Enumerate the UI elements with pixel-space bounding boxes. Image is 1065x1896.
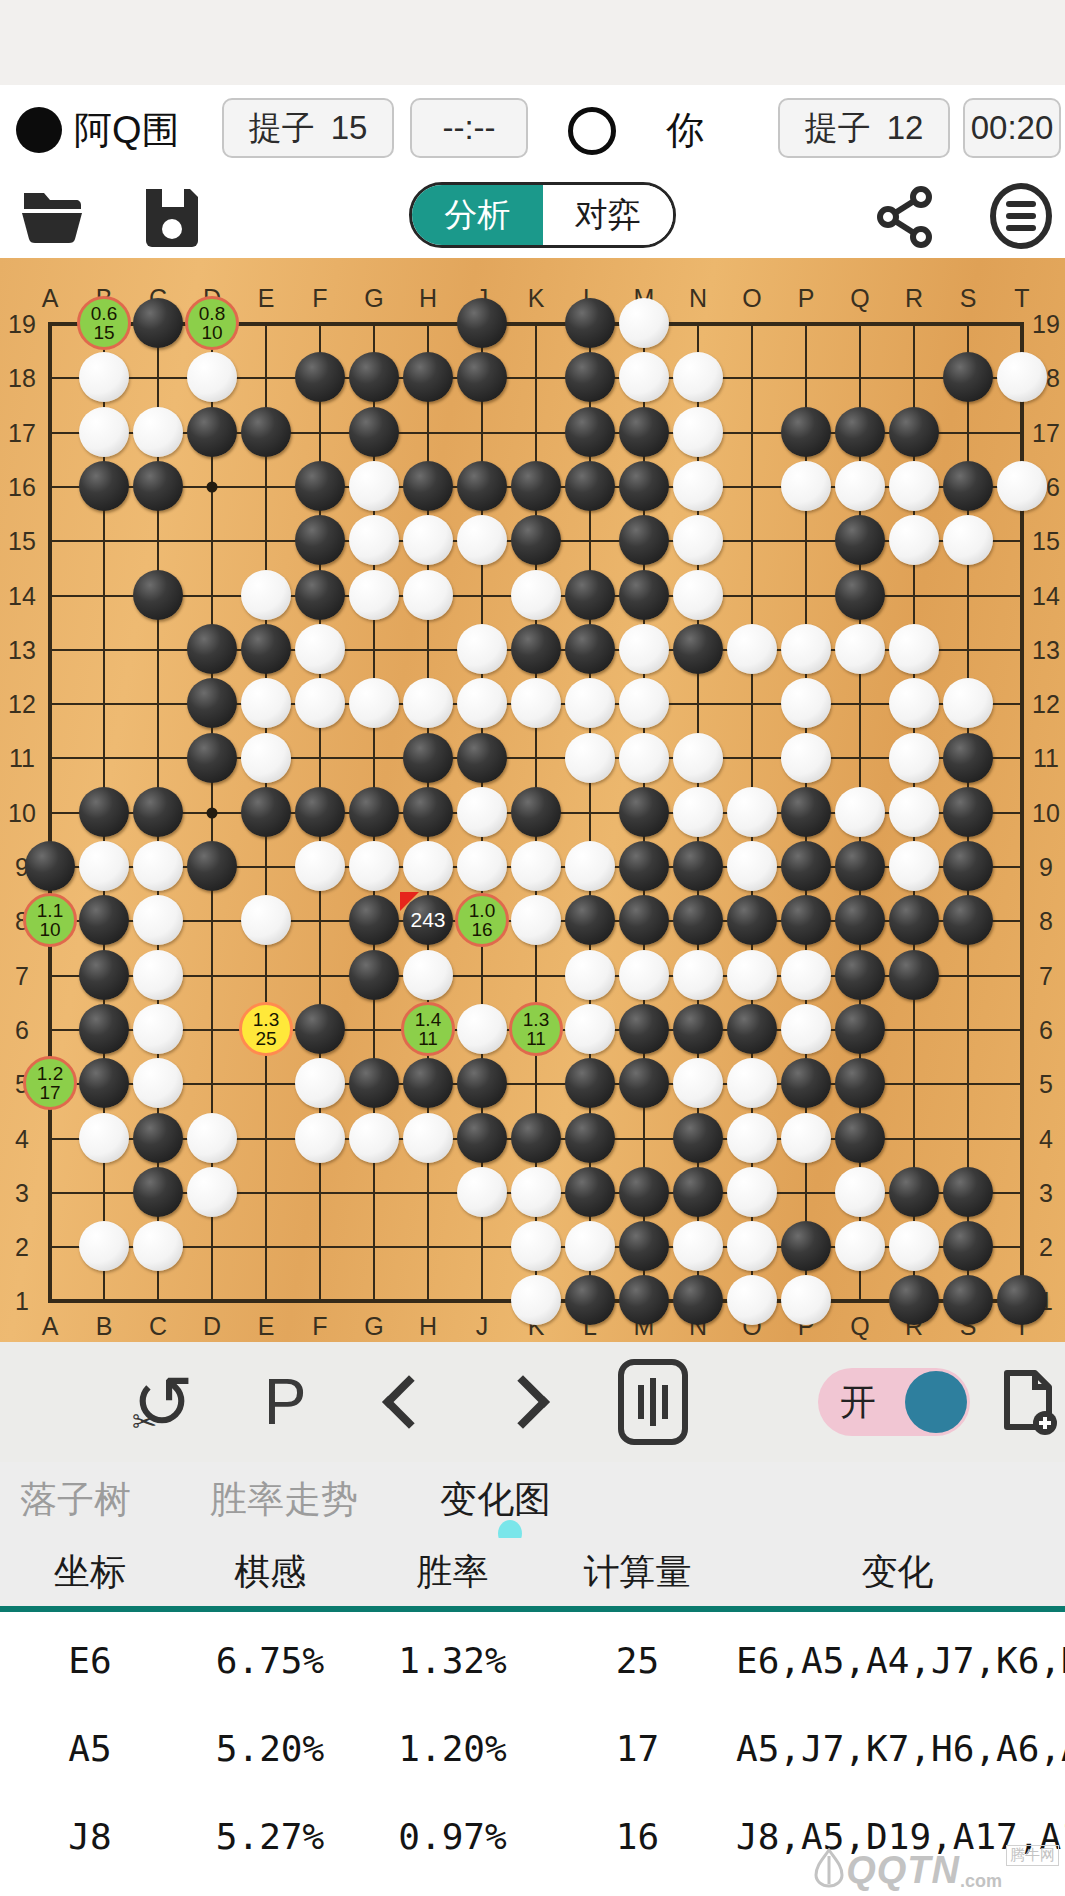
intersection-S2[interactable] <box>941 1219 995 1273</box>
intersection-A9[interactable] <box>23 839 77 893</box>
intersection-E9[interactable] <box>239 839 293 893</box>
share-icon[interactable] <box>875 185 937 249</box>
intersection-C11[interactable] <box>131 730 185 784</box>
intersection-N6[interactable] <box>671 1002 725 1056</box>
intersection-D2[interactable] <box>185 1219 239 1273</box>
intersection-M7[interactable] <box>617 948 671 1002</box>
intersection-C13[interactable] <box>131 622 185 676</box>
tab-胜率走势[interactable]: 胜率走势 <box>210 1462 358 1538</box>
intersection-R11[interactable] <box>887 730 941 784</box>
intersection-S17[interactable] <box>941 405 995 459</box>
intersection-J16[interactable] <box>455 459 509 513</box>
intersection-D9[interactable] <box>185 839 239 893</box>
analysis-toggle[interactable]: 开 <box>818 1342 970 1462</box>
intersection-T17[interactable] <box>995 405 1049 459</box>
intersection-D1[interactable] <box>185 1273 239 1327</box>
intersection-P17[interactable] <box>779 405 833 459</box>
analysis-badge-K6[interactable]: 1.311 <box>509 1002 563 1056</box>
intersection-M15[interactable] <box>617 513 671 567</box>
analysis-badge-A5[interactable]: 1.217 <box>23 1056 77 1110</box>
intersection-C17[interactable] <box>131 405 185 459</box>
intersection-T13[interactable] <box>995 622 1049 676</box>
intersection-O19[interactable] <box>725 296 779 350</box>
intersection-O10[interactable] <box>725 785 779 839</box>
intersection-L12[interactable] <box>563 676 617 730</box>
intersection-H11[interactable] <box>401 730 455 784</box>
menu-icon[interactable] <box>988 183 1054 249</box>
intersection-C16[interactable] <box>131 459 185 513</box>
intersection-B13[interactable] <box>77 622 131 676</box>
intersection-D3[interactable] <box>185 1165 239 1219</box>
intersection-N11[interactable] <box>671 730 725 784</box>
intersection-B2[interactable] <box>77 1219 131 1273</box>
intersection-J14[interactable] <box>455 567 509 621</box>
intersection-B17[interactable] <box>77 405 131 459</box>
intersection-E3[interactable] <box>239 1165 293 1219</box>
intersection-K17[interactable] <box>509 405 563 459</box>
intersection-Q8[interactable] <box>833 893 887 947</box>
intersection-O3[interactable] <box>725 1165 779 1219</box>
analysis-badge-B19[interactable]: 0.615 <box>77 296 131 350</box>
intersection-D14[interactable] <box>185 567 239 621</box>
intersection-E13[interactable] <box>239 622 293 676</box>
intersection-F17[interactable] <box>293 405 347 459</box>
intersection-T15[interactable] <box>995 513 1049 567</box>
intersection-R6[interactable] <box>887 1002 941 1056</box>
intersection-K1[interactable] <box>509 1273 563 1327</box>
analysis-badge-A8[interactable]: 1.110 <box>23 893 77 947</box>
intersection-Q3[interactable] <box>833 1165 887 1219</box>
intersection-H18[interactable] <box>401 350 455 404</box>
intersection-R18[interactable] <box>887 350 941 404</box>
intersection-B16[interactable] <box>77 459 131 513</box>
intersection-Q1[interactable] <box>833 1273 887 1327</box>
intersection-L2[interactable] <box>563 1219 617 1273</box>
intersection-P11[interactable] <box>779 730 833 784</box>
intersection-Q10[interactable] <box>833 785 887 839</box>
intersection-L9[interactable] <box>563 839 617 893</box>
mode-toggle[interactable]: 分析 对弈 <box>409 182 676 248</box>
intersection-O5[interactable] <box>725 1056 779 1110</box>
intersection-F2[interactable] <box>293 1219 347 1273</box>
intersection-E7[interactable] <box>239 948 293 1002</box>
intersection-Q5[interactable] <box>833 1056 887 1110</box>
intersection-H5[interactable] <box>401 1056 455 1110</box>
intersection-N3[interactable] <box>671 1165 725 1219</box>
intersection-L3[interactable] <box>563 1165 617 1219</box>
intersection-B1[interactable] <box>77 1273 131 1327</box>
intersection-Q6[interactable] <box>833 1002 887 1056</box>
intersection-P15[interactable] <box>779 513 833 567</box>
intersection-K5[interactable] <box>509 1056 563 1110</box>
intersection-G3[interactable] <box>347 1165 401 1219</box>
intersection-O17[interactable] <box>725 405 779 459</box>
intersection-K7[interactable] <box>509 948 563 1002</box>
intersection-J7[interactable] <box>455 948 509 1002</box>
intersection-G17[interactable] <box>347 405 401 459</box>
intersection-E14[interactable] <box>239 567 293 621</box>
intersection-M16[interactable] <box>617 459 671 513</box>
intersection-S19[interactable] <box>941 296 995 350</box>
intersection-C18[interactable] <box>131 350 185 404</box>
go-board[interactable]: AABBCCDDEEFFGGHHJJKKLLMMNNOOPPQQRRSSTT19… <box>0 258 1065 1342</box>
intersection-C7[interactable] <box>131 948 185 1002</box>
intersection-G6[interactable] <box>347 1002 401 1056</box>
intersection-A16[interactable] <box>23 459 77 513</box>
intersection-G2[interactable] <box>347 1219 401 1273</box>
intersection-A6[interactable] <box>23 1002 77 1056</box>
intersection-Q12[interactable] <box>833 676 887 730</box>
intersection-F7[interactable] <box>293 948 347 1002</box>
intersection-J12[interactable] <box>455 676 509 730</box>
intersection-D18[interactable] <box>185 350 239 404</box>
intersection-F13[interactable] <box>293 622 347 676</box>
intersection-Q2[interactable] <box>833 1219 887 1273</box>
intersection-N9[interactable] <box>671 839 725 893</box>
intersection-H6[interactable]: 1.411 <box>401 1002 455 1056</box>
intersection-N12[interactable] <box>671 676 725 730</box>
intersection-K19[interactable] <box>509 296 563 350</box>
intersection-P3[interactable] <box>779 1165 833 1219</box>
intersection-L14[interactable] <box>563 567 617 621</box>
intersection-J19[interactable] <box>455 296 509 350</box>
intersection-N13[interactable] <box>671 622 725 676</box>
intersection-Q14[interactable] <box>833 567 887 621</box>
intersection-C3[interactable] <box>131 1165 185 1219</box>
tab-落子树[interactable]: 落子树 <box>20 1462 131 1538</box>
intersection-F4[interactable] <box>293 1110 347 1164</box>
intersection-P19[interactable] <box>779 296 833 350</box>
intersection-A14[interactable] <box>23 567 77 621</box>
intersection-E17[interactable] <box>239 405 293 459</box>
intersection-S1[interactable] <box>941 1273 995 1327</box>
intersection-B8[interactable] <box>77 893 131 947</box>
intersection-R1[interactable] <box>887 1273 941 1327</box>
white-captures-button[interactable]: 提子 12 <box>778 98 950 158</box>
intersection-E8[interactable] <box>239 893 293 947</box>
intersection-E4[interactable] <box>239 1110 293 1164</box>
intersection-O12[interactable] <box>725 676 779 730</box>
intersection-A18[interactable] <box>23 350 77 404</box>
intersection-A5[interactable]: 1.217 <box>23 1056 77 1110</box>
intersection-F18[interactable] <box>293 350 347 404</box>
intersection-N10[interactable] <box>671 785 725 839</box>
intersection-E15[interactable] <box>239 513 293 567</box>
intersection-F12[interactable] <box>293 676 347 730</box>
intersection-M8[interactable] <box>617 893 671 947</box>
intersection-F14[interactable] <box>293 567 347 621</box>
intersection-G9[interactable] <box>347 839 401 893</box>
black-time-button[interactable]: --:-- <box>410 98 528 158</box>
intersection-Q19[interactable] <box>833 296 887 350</box>
intersection-K13[interactable] <box>509 622 563 676</box>
intersection-D10[interactable] <box>185 785 239 839</box>
intersection-L16[interactable] <box>563 459 617 513</box>
intersection-N7[interactable] <box>671 948 725 1002</box>
intersection-S11[interactable] <box>941 730 995 784</box>
intersection-R4[interactable] <box>887 1110 941 1164</box>
intersection-K6[interactable]: 1.311 <box>509 1002 563 1056</box>
intersection-D13[interactable] <box>185 622 239 676</box>
intersection-P14[interactable] <box>779 567 833 621</box>
intersection-D4[interactable] <box>185 1110 239 1164</box>
intersection-G5[interactable] <box>347 1056 401 1110</box>
intersection-E6[interactable]: 1.325 <box>239 1002 293 1056</box>
intersection-P13[interactable] <box>779 622 833 676</box>
intersection-D8[interactable] <box>185 893 239 947</box>
intersection-J5[interactable] <box>455 1056 509 1110</box>
intersection-B7[interactable] <box>77 948 131 1002</box>
intersection-K18[interactable] <box>509 350 563 404</box>
intersection-G15[interactable] <box>347 513 401 567</box>
intersection-Q17[interactable] <box>833 405 887 459</box>
intersection-B14[interactable] <box>77 567 131 621</box>
intersection-B18[interactable] <box>77 350 131 404</box>
intersection-L7[interactable] <box>563 948 617 1002</box>
intersection-H4[interactable] <box>401 1110 455 1164</box>
white-time-button[interactable]: 00:20 <box>963 98 1061 158</box>
intersection-H14[interactable] <box>401 567 455 621</box>
intersection-L13[interactable] <box>563 622 617 676</box>
intersection-T5[interactable] <box>995 1056 1049 1110</box>
intersection-H16[interactable] <box>401 459 455 513</box>
intersection-J10[interactable] <box>455 785 509 839</box>
intersection-H1[interactable] <box>401 1273 455 1327</box>
intersection-F6[interactable] <box>293 1002 347 1056</box>
intersection-F11[interactable] <box>293 730 347 784</box>
intersection-A7[interactable] <box>23 948 77 1002</box>
save-icon[interactable] <box>142 185 202 247</box>
tab-play[interactable]: 对弈 <box>543 185 674 245</box>
open-file-icon[interactable] <box>20 187 84 245</box>
intersection-N18[interactable] <box>671 350 725 404</box>
intersection-T9[interactable] <box>995 839 1049 893</box>
intersection-L4[interactable] <box>563 1110 617 1164</box>
intersection-T16[interactable] <box>995 459 1049 513</box>
intersection-F3[interactable] <box>293 1165 347 1219</box>
intersection-O6[interactable] <box>725 1002 779 1056</box>
intersection-K3[interactable] <box>509 1165 563 1219</box>
intersection-M6[interactable] <box>617 1002 671 1056</box>
intersection-R15[interactable] <box>887 513 941 567</box>
intersection-S16[interactable] <box>941 459 995 513</box>
intersection-D11[interactable] <box>185 730 239 784</box>
intersection-A15[interactable] <box>23 513 77 567</box>
intersection-E10[interactable] <box>239 785 293 839</box>
analysis-badge-E6[interactable]: 1.325 <box>239 1002 293 1056</box>
intersection-S18[interactable] <box>941 350 995 404</box>
intersection-H17[interactable] <box>401 405 455 459</box>
intersection-J18[interactable] <box>455 350 509 404</box>
intersection-E2[interactable] <box>239 1219 293 1273</box>
intersection-M5[interactable] <box>617 1056 671 1110</box>
intersection-E12[interactable] <box>239 676 293 730</box>
intersection-T14[interactable] <box>995 567 1049 621</box>
intersection-F10[interactable] <box>293 785 347 839</box>
intersection-Q15[interactable] <box>833 513 887 567</box>
intersection-B10[interactable] <box>77 785 131 839</box>
intersection-N14[interactable] <box>671 567 725 621</box>
intersection-P12[interactable] <box>779 676 833 730</box>
intersection-D15[interactable] <box>185 513 239 567</box>
prev-move-icon[interactable] <box>366 1342 452 1462</box>
intersection-N5[interactable] <box>671 1056 725 1110</box>
intersection-A17[interactable] <box>23 405 77 459</box>
intersection-B6[interactable] <box>77 1002 131 1056</box>
intersection-M12[interactable] <box>617 676 671 730</box>
intersection-M1[interactable] <box>617 1273 671 1327</box>
intersection-N8[interactable] <box>671 893 725 947</box>
intersection-D17[interactable] <box>185 405 239 459</box>
intersection-F1[interactable] <box>293 1273 347 1327</box>
intersection-B19[interactable]: 0.615 <box>77 296 131 350</box>
intersection-C15[interactable] <box>131 513 185 567</box>
intersection-A1[interactable] <box>23 1273 77 1327</box>
intersection-M3[interactable] <box>617 1165 671 1219</box>
intersection-A13[interactable] <box>23 622 77 676</box>
intersection-E19[interactable] <box>239 296 293 350</box>
intersection-T3[interactable] <box>995 1165 1049 1219</box>
intersection-G11[interactable] <box>347 730 401 784</box>
intersection-S15[interactable] <box>941 513 995 567</box>
intersection-M4[interactable] <box>617 1110 671 1164</box>
intersection-H19[interactable] <box>401 296 455 350</box>
intersection-J3[interactable] <box>455 1165 509 1219</box>
intersection-S6[interactable] <box>941 1002 995 1056</box>
intersection-A19[interactable] <box>23 296 77 350</box>
intersection-O16[interactable] <box>725 459 779 513</box>
analysis-badge-D19[interactable]: 0.810 <box>185 296 239 350</box>
intersection-H9[interactable] <box>401 839 455 893</box>
intersection-K4[interactable] <box>509 1110 563 1164</box>
analysis-badge-H6[interactable]: 1.411 <box>401 1002 455 1056</box>
intersection-T12[interactable] <box>995 676 1049 730</box>
intersection-A4[interactable] <box>23 1110 77 1164</box>
intersection-C12[interactable] <box>131 676 185 730</box>
intersection-Q16[interactable] <box>833 459 887 513</box>
intersection-E1[interactable] <box>239 1273 293 1327</box>
intersection-L18[interactable] <box>563 350 617 404</box>
intersection-Q11[interactable] <box>833 730 887 784</box>
intersection-C10[interactable] <box>131 785 185 839</box>
intersection-S14[interactable] <box>941 567 995 621</box>
intersection-T18[interactable] <box>995 350 1049 404</box>
intersection-P18[interactable] <box>779 350 833 404</box>
intersection-O8[interactable] <box>725 893 779 947</box>
intersection-T6[interactable] <box>995 1002 1049 1056</box>
intersection-R2[interactable] <box>887 1219 941 1273</box>
intersection-E16[interactable] <box>239 459 293 513</box>
intersection-O14[interactable] <box>725 567 779 621</box>
intersection-J8[interactable]: 1.016 <box>455 893 509 947</box>
intersection-T2[interactable] <box>995 1219 1049 1273</box>
intersection-S10[interactable] <box>941 785 995 839</box>
intersection-A3[interactable] <box>23 1165 77 1219</box>
intersection-F9[interactable] <box>293 839 347 893</box>
intersection-O7[interactable] <box>725 948 779 1002</box>
bar-chart-icon[interactable] <box>608 1342 698 1462</box>
intersection-F8[interactable] <box>293 893 347 947</box>
intersection-L19[interactable] <box>563 296 617 350</box>
intersection-B15[interactable] <box>77 513 131 567</box>
intersection-B11[interactable] <box>77 730 131 784</box>
intersection-P16[interactable] <box>779 459 833 513</box>
intersection-D16[interactable] <box>185 459 239 513</box>
undo-cut-icon[interactable]: ↺✂ <box>108 1342 218 1462</box>
intersection-R3[interactable] <box>887 1165 941 1219</box>
intersection-K8[interactable] <box>509 893 563 947</box>
next-move-icon[interactable] <box>480 1342 566 1462</box>
intersection-B4[interactable] <box>77 1110 131 1164</box>
intersection-J6[interactable] <box>455 1002 509 1056</box>
intersection-T7[interactable] <box>995 948 1049 1002</box>
intersection-C2[interactable] <box>131 1219 185 1273</box>
intersection-H2[interactable] <box>401 1219 455 1273</box>
intersection-O2[interactable] <box>725 1219 779 1273</box>
black-captures-button[interactable]: 提子 15 <box>222 98 394 158</box>
analysis-badge-J8[interactable]: 1.016 <box>455 893 509 947</box>
intersection-T1[interactable] <box>995 1273 1049 1327</box>
intersection-M2[interactable] <box>617 1219 671 1273</box>
intersection-M10[interactable] <box>617 785 671 839</box>
intersection-O18[interactable] <box>725 350 779 404</box>
intersection-A8[interactable]: 1.110 <box>23 893 77 947</box>
intersection-D12[interactable] <box>185 676 239 730</box>
intersection-H3[interactable] <box>401 1165 455 1219</box>
intersection-O15[interactable] <box>725 513 779 567</box>
intersection-M17[interactable] <box>617 405 671 459</box>
intersection-F5[interactable] <box>293 1056 347 1110</box>
intersection-M18[interactable] <box>617 350 671 404</box>
intersection-B12[interactable] <box>77 676 131 730</box>
intersection-R19[interactable] <box>887 296 941 350</box>
intersection-O9[interactable] <box>725 839 779 893</box>
intersection-J1[interactable] <box>455 1273 509 1327</box>
intersection-K2[interactable] <box>509 1219 563 1273</box>
new-doc-icon[interactable] <box>995 1342 1065 1462</box>
intersection-G10[interactable] <box>347 785 401 839</box>
intersection-R8[interactable] <box>887 893 941 947</box>
intersection-K15[interactable] <box>509 513 563 567</box>
intersection-N19[interactable] <box>671 296 725 350</box>
intersection-K10[interactable] <box>509 785 563 839</box>
intersection-P9[interactable] <box>779 839 833 893</box>
intersection-P6[interactable] <box>779 1002 833 1056</box>
intersection-L11[interactable] <box>563 730 617 784</box>
intersection-E5[interactable] <box>239 1056 293 1110</box>
intersection-H8[interactable]: 243 <box>401 893 455 947</box>
intersection-M9[interactable] <box>617 839 671 893</box>
intersection-S7[interactable] <box>941 948 995 1002</box>
intersection-D5[interactable] <box>185 1056 239 1110</box>
intersection-Q18[interactable] <box>833 350 887 404</box>
intersection-R5[interactable] <box>887 1056 941 1110</box>
intersection-B5[interactable] <box>77 1056 131 1110</box>
intersection-J11[interactable] <box>455 730 509 784</box>
intersection-K11[interactable] <box>509 730 563 784</box>
intersection-G8[interactable] <box>347 893 401 947</box>
intersection-H12[interactable] <box>401 676 455 730</box>
intersection-N15[interactable] <box>671 513 725 567</box>
intersection-R12[interactable] <box>887 676 941 730</box>
intersection-Q9[interactable] <box>833 839 887 893</box>
intersection-P8[interactable] <box>779 893 833 947</box>
tab-analyze[interactable]: 分析 <box>412 185 543 245</box>
intersection-P4[interactable] <box>779 1110 833 1164</box>
intersection-L8[interactable] <box>563 893 617 947</box>
intersection-T19[interactable] <box>995 296 1049 350</box>
intersection-R16[interactable] <box>887 459 941 513</box>
